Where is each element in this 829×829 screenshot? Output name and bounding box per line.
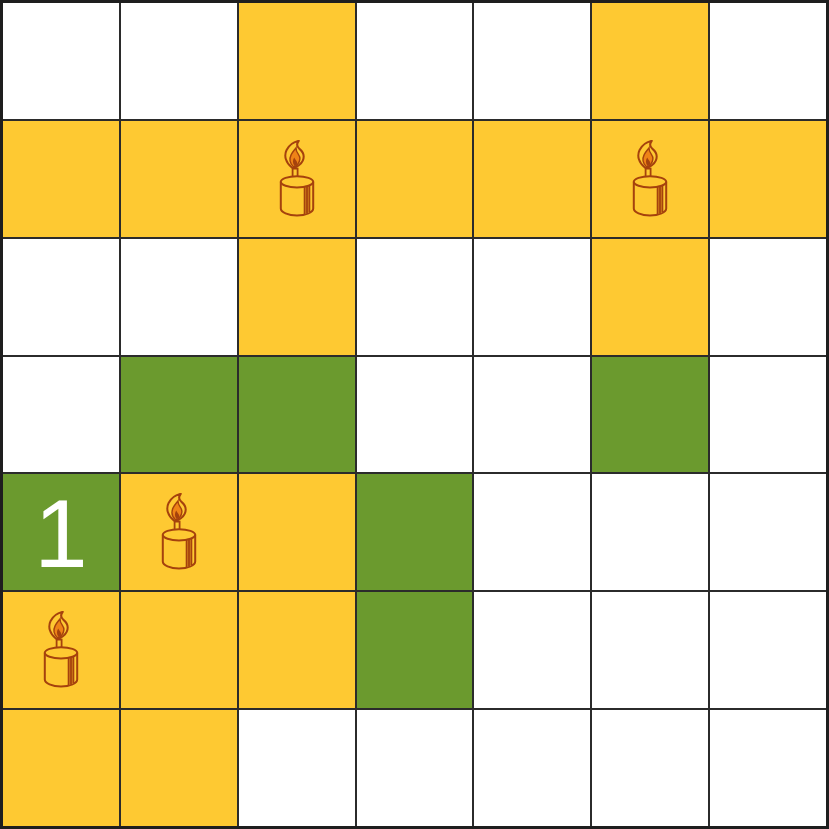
cell-r5c7[interactable]	[710, 474, 826, 590]
cell-r3c7[interactable]	[710, 239, 826, 355]
cell-r3c6[interactable]	[592, 239, 708, 355]
candle-icon	[275, 140, 319, 218]
cell-r6c4	[357, 592, 473, 708]
cell-r4c6	[592, 357, 708, 473]
cell-r1c3[interactable]	[239, 3, 355, 119]
cell-r1c7[interactable]	[710, 3, 826, 119]
cell-r1c2[interactable]	[121, 3, 237, 119]
cell-r4c7[interactable]	[710, 357, 826, 473]
cell-r1c1[interactable]	[3, 3, 119, 119]
cell-r6c6[interactable]	[592, 592, 708, 708]
cell-r7c6[interactable]	[592, 710, 708, 826]
cell-r5c6[interactable]	[592, 474, 708, 590]
cell-r7c7[interactable]	[710, 710, 826, 826]
cell-r5c2[interactable]	[121, 474, 237, 590]
board: 1	[0, 0, 829, 829]
cell-r7c1[interactable]	[3, 710, 119, 826]
cell-r4c2	[121, 357, 237, 473]
cell-r4c4[interactable]	[357, 357, 473, 473]
cell-r2c5[interactable]	[474, 121, 590, 237]
cell-r2c4[interactable]	[357, 121, 473, 237]
candle-icon	[39, 611, 83, 689]
cell-r3c1[interactable]	[3, 239, 119, 355]
cell-r1c6[interactable]	[592, 3, 708, 119]
cell-r7c4[interactable]	[357, 710, 473, 826]
cell-r5c4	[357, 474, 473, 590]
candle-icon	[157, 493, 201, 571]
cell-r2c2[interactable]	[121, 121, 237, 237]
cell-r7c5[interactable]	[474, 710, 590, 826]
cell-r6c3[interactable]	[239, 592, 355, 708]
cell-r6c1[interactable]	[3, 592, 119, 708]
cell-r2c7[interactable]	[710, 121, 826, 237]
cell-r7c3[interactable]	[239, 710, 355, 826]
cell-r5c3[interactable]	[239, 474, 355, 590]
cell-r1c5[interactable]	[474, 3, 590, 119]
cell-r4c1[interactable]	[3, 357, 119, 473]
cell-r3c3[interactable]	[239, 239, 355, 355]
cell-r6c5[interactable]	[474, 592, 590, 708]
cell-r3c2[interactable]	[121, 239, 237, 355]
cell-r2c6[interactable]	[592, 121, 708, 237]
cell-r6c2[interactable]	[121, 592, 237, 708]
clue-number: 1	[34, 486, 87, 582]
cell-r7c2[interactable]	[121, 710, 237, 826]
cell-r2c3[interactable]	[239, 121, 355, 237]
cell-r4c3	[239, 357, 355, 473]
candle-icon	[628, 140, 672, 218]
cell-r6c7[interactable]	[710, 592, 826, 708]
cell-r3c4[interactable]	[357, 239, 473, 355]
cell-r4c5[interactable]	[474, 357, 590, 473]
cell-r5c1: 1	[3, 474, 119, 590]
cell-r5c5[interactable]	[474, 474, 590, 590]
cell-r1c4[interactable]	[357, 3, 473, 119]
cell-r3c5[interactable]	[474, 239, 590, 355]
cell-r2c1[interactable]	[3, 121, 119, 237]
